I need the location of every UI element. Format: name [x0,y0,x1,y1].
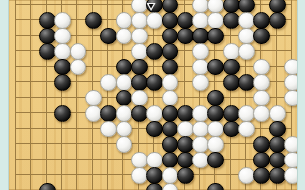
go-stone-black [177,105,194,122]
background-strip-right [297,0,305,190]
go-stone-white [131,43,148,60]
go-stone-white [162,74,179,91]
go-stone-white [146,152,163,169]
go-stone-white [131,28,148,45]
go-stone-white [238,121,255,138]
go-stone-black [207,90,224,107]
go-stone-black [146,167,163,184]
background-strip-left [0,0,9,190]
go-stone-white [100,74,117,91]
go-stone-white [192,152,209,169]
go-stone-white [162,183,179,190]
go-stone-white [85,105,102,122]
go-stone-white [146,105,163,122]
go-stone-white [116,105,133,122]
go-stone-white [116,136,133,153]
grid-line-horizontal [15,97,292,98]
go-stone-black [146,74,163,91]
last-move-triangle-marker-inner [149,4,154,9]
go-stone-white [207,121,224,138]
go-stone-black [100,105,117,122]
go-stone-white [192,136,209,153]
go-stone-white [238,105,255,122]
grid-line-vertical [15,0,16,190]
go-stone-white [269,105,286,122]
go-stone-white [116,121,133,138]
go-stone-white [54,12,71,29]
go-stone-white [131,90,148,107]
go-stone-black [192,28,209,45]
go-stone-white [131,12,148,29]
go-stone-black [253,28,270,45]
go-stone-white [192,59,209,76]
go-stone-white [238,28,255,45]
go-stone-white [253,105,270,122]
go-stone-black [223,59,240,76]
go-stone-white [223,43,240,60]
go-stone-black [162,136,179,153]
go-stone-white [192,121,209,138]
go-stone-black [207,28,224,45]
go-stone-black [207,59,224,76]
go-stone-black [207,152,224,169]
go-stone-black [146,43,163,60]
go-stone-black [269,121,286,138]
go-stone-black [269,12,286,29]
go-stone-white [192,12,209,29]
go-stone-black [131,74,148,91]
go-stone-white [54,43,71,60]
go-stone-black [177,136,194,153]
go-stone-black [223,105,240,122]
go-stone-white [192,105,209,122]
go-stone-black [116,90,133,107]
go-stone-black [85,12,102,29]
go-stone-black [253,12,270,29]
go-stone-white [162,167,179,184]
go-stone-black [207,105,224,122]
grid-line-horizontal [15,143,292,144]
go-stone-black [223,121,240,138]
go-stone-white [146,12,163,29]
go-stone-white [238,12,255,29]
go-stone-white [85,90,102,107]
go-stone-black [131,105,148,122]
go-stone-black [269,167,286,184]
go-stone-black [39,28,56,45]
go-stone-black [162,152,179,169]
go-stone-black [223,12,240,29]
go-stone-white [238,167,255,184]
go-stone-black [54,59,71,76]
go-stone-black [131,59,148,76]
go-stone-white [70,43,87,60]
go-stone-black [162,121,179,138]
go-stone-white [207,136,224,153]
go-stone-white [116,74,133,91]
go-stone-white [162,90,179,107]
go-board[interactable] [8,0,298,190]
go-app-window [0,0,305,190]
go-stone-white [70,59,87,76]
go-stone-white [192,43,209,60]
go-stone-black [269,136,286,153]
go-stone-black [146,121,163,138]
go-stone-black [39,183,56,190]
go-stone-black [39,43,56,60]
go-stone-white [100,121,117,138]
grid-line-vertical [30,0,31,190]
go-stone-black [269,152,286,169]
go-stone-white [131,167,148,184]
go-stone-white [54,28,71,45]
go-stone-black [253,136,270,153]
go-stone-black [162,105,179,122]
go-stone-black [177,12,194,29]
go-stone-white [116,12,133,29]
go-stone-black [39,12,56,29]
go-stone-black [223,74,240,91]
go-stone-black [162,12,179,29]
go-stone-black [177,167,194,184]
go-stone-black [177,28,194,45]
go-stone-black [238,74,255,91]
go-stone-white [253,90,270,107]
go-stone-white [177,121,194,138]
go-stone-black [146,183,163,190]
go-stone-white [131,152,148,169]
go-stone-black [100,28,117,45]
go-stone-black [207,183,224,190]
go-stone-black [162,43,179,60]
go-stone-white [253,74,270,91]
go-stone-black [253,152,270,169]
go-stone-black [177,152,194,169]
go-stone-white [238,43,255,60]
go-stone-white [207,12,224,29]
go-stone-black [162,59,179,76]
grid-line-vertical [76,0,77,190]
go-stone-white [253,59,270,76]
go-stone-white [116,28,133,45]
go-stone-black [116,59,133,76]
go-stone-black [253,167,270,184]
go-stone-black [162,28,179,45]
go-stone-black [54,74,71,91]
go-stone-white [192,74,209,91]
go-stone-black [54,105,71,122]
